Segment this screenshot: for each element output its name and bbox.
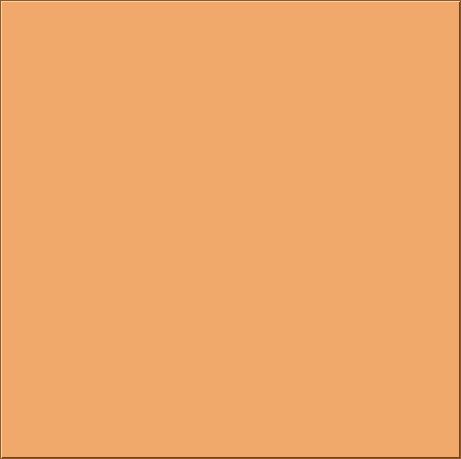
column-coordinates	[22, 1, 459, 21]
row-coordinates	[1, 21, 22, 458]
go-board	[0, 0, 461, 459]
board-grid	[22, 21, 459, 458]
